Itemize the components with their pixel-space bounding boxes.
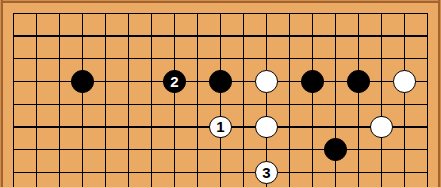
grid-line-vertical — [381, 13, 382, 188]
white-stone-move-1: 1 — [209, 116, 232, 139]
grid-line-vertical — [312, 13, 313, 188]
grid-line-horizontal — [13, 172, 429, 173]
white-stone — [255, 116, 278, 139]
white-stone — [370, 116, 393, 139]
grid-line-vertical — [358, 13, 359, 188]
grid-line-vertical — [289, 13, 290, 188]
black-stone — [209, 70, 232, 93]
move-number-label: 1 — [216, 119, 224, 134]
grid-line-vertical — [197, 13, 198, 188]
grid-line-vertical — [404, 13, 405, 188]
grid-line-vertical — [243, 13, 244, 188]
grid-line-vertical — [82, 13, 83, 188]
grid-line-horizontal — [13, 35, 429, 36]
grid-line-vertical — [105, 13, 106, 188]
grid-line-vertical — [220, 13, 221, 188]
grid-line-vertical — [174, 13, 175, 188]
grid-line-vertical — [335, 13, 336, 188]
grid-line-horizontal — [13, 149, 429, 150]
black-stone-move-2: 2 — [163, 70, 186, 93]
grid-line-horizontal — [13, 58, 429, 59]
white-stone — [393, 70, 416, 93]
black-stone — [301, 70, 324, 93]
board-border-left — [0, 0, 3, 188]
white-stone-move-3: 3 — [255, 161, 278, 184]
move-number-label: 3 — [262, 165, 270, 180]
grid-line-horizontal — [13, 13, 429, 14]
grid-line-vertical — [13, 13, 14, 188]
board-border-top — [0, 0, 441, 3]
go-board-diagram: 213 — [0, 0, 441, 188]
grid-line-vertical — [59, 13, 60, 188]
grid-line-horizontal — [13, 104, 429, 105]
grid-line-vertical — [128, 13, 129, 188]
move-number-label: 2 — [170, 74, 178, 89]
white-stone — [255, 70, 278, 93]
black-stone — [324, 138, 347, 161]
black-stone — [71, 70, 94, 93]
grid-line-vertical — [427, 13, 428, 188]
black-stone — [347, 70, 370, 93]
grid-line-vertical — [151, 13, 152, 188]
grid-line-vertical — [36, 13, 37, 188]
board-border-bottom — [0, 187, 441, 188]
